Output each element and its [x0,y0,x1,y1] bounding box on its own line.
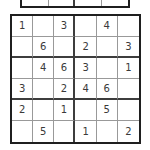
sudoku-cell-r5c6[interactable] [118,100,139,121]
sudoku-cell-r1c6[interactable] [118,16,139,37]
sudoku-cell-r6c5[interactable] [97,121,118,142]
partial-cell-c4[interactable] [102,0,129,6]
sudoku-cell-r2c2[interactable]: 6 [33,37,54,58]
sudoku-cell-r4c3[interactable]: 2 [54,79,75,100]
sudoku-board: 13462346313246215512 [10,14,141,144]
partial-cell-c2[interactable] [49,0,76,6]
sudoku-cell-r3c4[interactable]: 3 [75,58,96,79]
puzzle-page: 13462346313246215512 [0,0,150,150]
sudoku-cell-r4c4[interactable]: 4 [75,79,96,100]
sudoku-cell-r4c5[interactable]: 6 [97,79,118,100]
sudoku-cell-r6c2[interactable]: 5 [33,121,54,142]
sudoku-cell-r1c3[interactable]: 3 [54,16,75,37]
sudoku-cell-r3c5[interactable] [97,58,118,79]
sudoku-cell-r5c1[interactable]: 2 [12,100,33,121]
sudoku-cell-r5c3[interactable]: 1 [54,100,75,121]
sudoku-cell-r4c6[interactable] [118,79,139,100]
sudoku-cell-r3c6[interactable]: 1 [118,58,139,79]
sudoku-cell-r6c1[interactable] [12,121,33,142]
sudoku-cell-r3c3[interactable]: 6 [54,58,75,79]
sudoku-cell-r2c4[interactable]: 2 [75,37,96,58]
sudoku-cell-r2c5[interactable] [97,37,118,58]
sudoku-cell-r6c3[interactable] [54,121,75,142]
sudoku-cell-r1c4[interactable] [75,16,96,37]
sudoku-cell-r5c5[interactable]: 5 [97,100,118,121]
sudoku-cell-r3c1[interactable] [12,58,33,79]
sudoku-cell-r2c3[interactable] [54,37,75,58]
sudoku-cell-r5c4[interactable] [75,100,96,121]
sudoku-cell-r2c1[interactable] [12,37,33,58]
sudoku-cell-r1c5[interactable]: 4 [97,16,118,37]
sudoku-cell-r2c6[interactable]: 3 [118,37,139,58]
sudoku-cell-r5c2[interactable] [33,100,54,121]
sudoku-cell-r3c2[interactable]: 4 [33,58,54,79]
sudoku-cell-r6c4[interactable]: 1 [75,121,96,142]
sudoku-cell-r1c1[interactable]: 1 [12,16,33,37]
partial-grid-above [20,0,130,8]
partial-cell-c3[interactable] [75,0,102,6]
sudoku-cell-r4c2[interactable] [33,79,54,100]
sudoku-cell-r1c2[interactable] [33,16,54,37]
sudoku-cell-r6c6[interactable]: 2 [118,121,139,142]
partial-cell-c1[interactable] [22,0,49,6]
sudoku-cell-r4c1[interactable]: 3 [12,79,33,100]
